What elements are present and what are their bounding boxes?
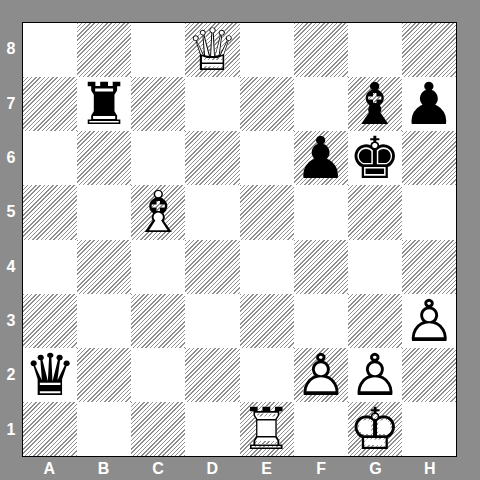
piece-glyph: ♝ (348, 77, 402, 131)
square-c3[interactable] (131, 294, 185, 348)
file-label-c: C (131, 457, 185, 480)
rank-label-3: 3 (0, 294, 22, 348)
square-c2[interactable] (131, 348, 185, 402)
piece-glyph: ♛ (23, 348, 77, 402)
piece-white-pawn[interactable]: ♟︎♙ (348, 348, 402, 402)
square-c5[interactable]: ♝♗ (131, 185, 185, 239)
square-e8[interactable] (240, 23, 294, 77)
file-label-g: G (348, 457, 402, 480)
square-f6[interactable]: ♟︎♟︎ (294, 131, 348, 185)
square-d6[interactable] (185, 131, 239, 185)
piece-glyph: ♚ (348, 131, 402, 185)
square-h7[interactable]: ♟︎♟︎ (402, 77, 456, 131)
piece-glyph: ♟︎ (402, 77, 456, 131)
square-e7[interactable] (240, 77, 294, 131)
square-a4[interactable] (23, 240, 77, 294)
square-c1[interactable] (131, 402, 185, 456)
piece-white-queen[interactable]: ♛♕ (185, 23, 239, 77)
square-g3[interactable] (348, 294, 402, 348)
square-b3[interactable] (77, 294, 131, 348)
piece-glyph: ♙ (294, 348, 348, 402)
piece-glyph: ♖ (240, 402, 294, 456)
square-b6[interactable] (77, 131, 131, 185)
piece-black-queen[interactable]: ♛♛ (23, 348, 77, 402)
square-d7[interactable] (185, 77, 239, 131)
square-a5[interactable] (23, 185, 77, 239)
piece-black-pawn[interactable]: ♟︎♟︎ (294, 131, 348, 185)
square-a6[interactable] (23, 131, 77, 185)
square-h3[interactable]: ♟︎♙ (402, 294, 456, 348)
piece-glyph: ♕ (185, 23, 239, 77)
square-c4[interactable] (131, 240, 185, 294)
piece-white-bishop[interactable]: ♝♗ (131, 185, 185, 239)
rank-labels: 87654321 (0, 22, 22, 457)
square-a3[interactable] (23, 294, 77, 348)
square-d1[interactable] (185, 402, 239, 456)
square-b1[interactable] (77, 402, 131, 456)
square-g8[interactable] (348, 23, 402, 77)
piece-glyph: ♙ (348, 348, 402, 402)
square-a7[interactable] (23, 77, 77, 131)
piece-black-pawn[interactable]: ♟︎♟︎ (402, 77, 456, 131)
piece-white-king[interactable]: ♚♔ (348, 402, 402, 456)
rank-label-6: 6 (0, 131, 22, 185)
square-h2[interactable] (402, 348, 456, 402)
square-h4[interactable] (402, 240, 456, 294)
file-label-a: A (22, 457, 76, 480)
square-b7[interactable]: ♜♜ (77, 77, 131, 131)
square-b2[interactable] (77, 348, 131, 402)
square-h5[interactable] (402, 185, 456, 239)
square-g5[interactable] (348, 185, 402, 239)
square-c6[interactable] (131, 131, 185, 185)
rank-label-5: 5 (0, 185, 22, 239)
square-f4[interactable] (294, 240, 348, 294)
square-f2[interactable]: ♟︎♙ (294, 348, 348, 402)
piece-black-bishop[interactable]: ♝♝ (348, 77, 402, 131)
square-e2[interactable] (240, 348, 294, 402)
square-f3[interactable] (294, 294, 348, 348)
piece-black-rook[interactable]: ♜♜ (77, 77, 131, 131)
square-b4[interactable] (77, 240, 131, 294)
square-e6[interactable] (240, 131, 294, 185)
square-g7[interactable]: ♝♝ (348, 77, 402, 131)
square-d2[interactable] (185, 348, 239, 402)
file-label-d: D (185, 457, 239, 480)
square-h1[interactable] (402, 402, 456, 456)
square-b5[interactable] (77, 185, 131, 239)
file-label-f: F (294, 457, 348, 480)
square-e1[interactable]: ♜♖ (240, 402, 294, 456)
piece-glyph: ♙ (402, 294, 456, 348)
rank-label-2: 2 (0, 348, 22, 402)
piece-glyph: ♜ (77, 77, 131, 131)
square-h6[interactable] (402, 131, 456, 185)
square-a8[interactable] (23, 23, 77, 77)
file-label-h: H (403, 457, 457, 480)
piece-white-rook[interactable]: ♜♖ (240, 402, 294, 456)
square-e4[interactable] (240, 240, 294, 294)
square-c7[interactable] (131, 77, 185, 131)
square-g2[interactable]: ♟︎♙ (348, 348, 402, 402)
piece-glyph: ♗ (131, 185, 185, 239)
file-label-b: B (76, 457, 130, 480)
file-label-e: E (240, 457, 294, 480)
square-g6[interactable]: ♚♚ (348, 131, 402, 185)
square-f1[interactable] (294, 402, 348, 456)
square-d4[interactable] (185, 240, 239, 294)
square-g4[interactable] (348, 240, 402, 294)
rank-label-1: 1 (0, 403, 22, 457)
file-labels: ABCDEFGH (22, 457, 457, 480)
rank-label-7: 7 (0, 76, 22, 130)
chess-diagram-frame: 87654321 ♛♕♜♜♝♝♟︎♟︎♟︎♟︎♚♚♝♗♟︎♙♛♛♟︎♙♟︎♙♜♖… (0, 0, 480, 480)
square-e3[interactable] (240, 294, 294, 348)
square-f8[interactable] (294, 23, 348, 77)
piece-white-pawn[interactable]: ♟︎♙ (402, 294, 456, 348)
square-e5[interactable] (240, 185, 294, 239)
square-d3[interactable] (185, 294, 239, 348)
square-g1[interactable]: ♚♔ (348, 402, 402, 456)
square-f7[interactable] (294, 77, 348, 131)
square-c8[interactable] (131, 23, 185, 77)
square-a2[interactable]: ♛♛ (23, 348, 77, 402)
piece-glyph: ♔ (348, 402, 402, 456)
piece-black-king[interactable]: ♚♚ (348, 131, 402, 185)
square-f5[interactable] (294, 185, 348, 239)
piece-glyph: ♟︎ (294, 131, 348, 185)
square-d8[interactable]: ♛♕ (185, 23, 239, 77)
piece-white-pawn[interactable]: ♟︎♙ (294, 348, 348, 402)
square-h8[interactable] (402, 23, 456, 77)
rank-label-8: 8 (0, 22, 22, 76)
square-d5[interactable] (185, 185, 239, 239)
chess-board[interactable]: ♛♕♜♜♝♝♟︎♟︎♟︎♟︎♚♚♝♗♟︎♙♛♛♟︎♙♟︎♙♜♖♚♔ (22, 22, 457, 457)
square-b8[interactable] (77, 23, 131, 77)
square-a1[interactable] (23, 402, 77, 456)
rank-label-4: 4 (0, 240, 22, 294)
